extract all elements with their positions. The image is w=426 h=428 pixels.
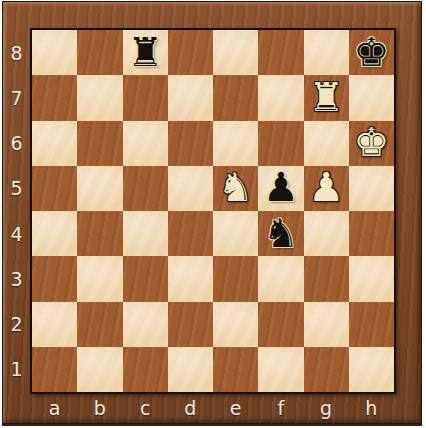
square-b1[interactable] [77,347,122,392]
rank-coordinates: 87654321 [3,30,30,392]
square-h2[interactable] [349,302,394,347]
square-d5[interactable] [168,166,213,211]
square-c3[interactable] [123,256,168,301]
square-d3[interactable] [168,256,213,301]
square-d6[interactable] [168,121,213,166]
square-g8[interactable] [304,30,349,75]
rank-label-6: 6 [3,121,30,166]
square-h3[interactable] [349,256,394,301]
square-d4[interactable] [168,211,213,256]
square-c6[interactable] [123,121,168,166]
square-h7[interactable] [349,75,394,120]
file-label-b: b [77,394,122,422]
square-e7[interactable] [213,75,258,120]
chessboard-widget: ♜♚♜♚♞♟♟♞ abcdefgh 87654321 [0,0,426,428]
square-a2[interactable] [32,302,77,347]
square-c7[interactable] [123,75,168,120]
square-b4[interactable] [77,211,122,256]
square-g5[interactable]: ♟ [304,166,349,211]
square-h1[interactable] [349,347,394,392]
square-d7[interactable] [168,75,213,120]
square-d2[interactable] [168,302,213,347]
square-f7[interactable] [258,75,303,120]
rank-label-5: 5 [3,166,30,211]
square-e5[interactable]: ♞ [213,166,258,211]
square-d1[interactable] [168,347,213,392]
rank-label-1: 1 [3,347,30,392]
black-pawn-piece[interactable]: ♟ [263,167,299,207]
square-e2[interactable] [213,302,258,347]
square-f2[interactable] [258,302,303,347]
square-g3[interactable] [304,256,349,301]
file-label-d: d [168,394,213,422]
square-f6[interactable] [258,121,303,166]
square-b5[interactable] [77,166,122,211]
white-pawn-piece[interactable]: ♟ [308,167,344,207]
white-knight-piece[interactable]: ♞ [218,167,254,207]
black-rook-piece[interactable]: ♜ [127,32,163,72]
square-g1[interactable] [304,347,349,392]
square-b6[interactable] [77,121,122,166]
file-label-a: a [32,394,77,422]
square-c2[interactable] [123,302,168,347]
square-b3[interactable] [77,256,122,301]
square-f3[interactable] [258,256,303,301]
file-coordinates: abcdefgh [32,394,394,422]
rank-label-4: 4 [3,211,30,256]
rank-label-3: 3 [3,256,30,301]
square-g6[interactable] [304,121,349,166]
square-g7[interactable]: ♜ [304,75,349,120]
white-rook-piece[interactable]: ♜ [308,77,344,117]
square-a4[interactable] [32,211,77,256]
square-a7[interactable] [32,75,77,120]
rank-label-2: 2 [3,302,30,347]
square-a6[interactable] [32,121,77,166]
file-label-e: e [213,394,258,422]
square-h5[interactable] [349,166,394,211]
square-g2[interactable] [304,302,349,347]
square-e1[interactable] [213,347,258,392]
file-label-h: h [349,394,394,422]
square-b2[interactable] [77,302,122,347]
square-c5[interactable] [123,166,168,211]
square-a3[interactable] [32,256,77,301]
board: ♜♚♜♚♞♟♟♞ [30,28,396,394]
square-d8[interactable] [168,30,213,75]
square-a1[interactable] [32,347,77,392]
file-label-f: f [258,394,303,422]
square-f5[interactable]: ♟ [258,166,303,211]
black-knight-piece[interactable]: ♞ [263,213,299,253]
square-h8[interactable]: ♚ [349,30,394,75]
square-a8[interactable] [32,30,77,75]
square-f8[interactable] [258,30,303,75]
rank-label-8: 8 [3,30,30,75]
square-f1[interactable] [258,347,303,392]
square-e3[interactable] [213,256,258,301]
square-c4[interactable] [123,211,168,256]
square-g4[interactable] [304,211,349,256]
square-c8[interactable]: ♜ [123,30,168,75]
square-e8[interactable] [213,30,258,75]
file-label-g: g [304,394,349,422]
square-e4[interactable] [213,211,258,256]
square-a5[interactable] [32,166,77,211]
square-h6[interactable]: ♚ [349,121,394,166]
black-king-piece[interactable]: ♚ [353,32,389,72]
square-e6[interactable] [213,121,258,166]
rank-label-7: 7 [3,75,30,120]
square-c1[interactable] [123,347,168,392]
square-b8[interactable] [77,30,122,75]
square-b7[interactable] [77,75,122,120]
file-label-c: c [123,394,168,422]
square-f4[interactable]: ♞ [258,211,303,256]
white-king-piece[interactable]: ♚ [353,122,389,162]
square-h4[interactable] [349,211,394,256]
